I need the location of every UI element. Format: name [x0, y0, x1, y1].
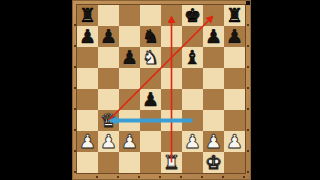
square-c5[interactable]: [119, 68, 140, 89]
square-f8[interactable]: ♚: [182, 5, 203, 26]
square-f5[interactable]: [182, 68, 203, 89]
square-g4[interactable]: [203, 89, 224, 110]
square-g5[interactable]: [203, 68, 224, 89]
square-b8[interactable]: [98, 5, 119, 26]
square-h3[interactable]: [224, 110, 245, 131]
square-c3[interactable]: [119, 110, 140, 131]
frame-rank-ticks-right: [247, 5, 249, 173]
black-pawn-b7[interactable]: ♟: [98, 26, 119, 47]
square-e5[interactable]: [161, 68, 182, 89]
square-f4[interactable]: [182, 89, 203, 110]
black-pawn-d4[interactable]: ♟: [140, 89, 161, 110]
square-d7[interactable]: ♞: [140, 26, 161, 47]
square-e1[interactable]: ♜: [161, 152, 182, 173]
square-g6[interactable]: [203, 47, 224, 68]
black-king-f8[interactable]: ♚: [182, 5, 203, 26]
black-rook-a8[interactable]: ♜: [77, 5, 98, 26]
frame-rank-ticks-left: [74, 5, 76, 173]
square-c4[interactable]: [119, 89, 140, 110]
square-a5[interactable]: [77, 68, 98, 89]
square-b7[interactable]: ♟: [98, 26, 119, 47]
square-f1[interactable]: [182, 152, 203, 173]
chess-board-frame: ♜♚♜♟♟♞♟♟♟♞♝♟♛♟♟♟♟♟♟♜♚: [72, 0, 251, 180]
square-h2[interactable]: ♟: [224, 131, 245, 152]
square-h1[interactable]: [224, 152, 245, 173]
square-e7[interactable]: [161, 26, 182, 47]
white-pawn-h2[interactable]: ♟: [224, 131, 245, 152]
square-c8[interactable]: [119, 5, 140, 26]
white-pawn-b2[interactable]: ♟: [98, 131, 119, 152]
square-f7[interactable]: [182, 26, 203, 47]
square-d2[interactable]: [140, 131, 161, 152]
white-pawn-a2[interactable]: ♟: [77, 131, 98, 152]
square-f2[interactable]: ♟: [182, 131, 203, 152]
square-e8[interactable]: [161, 5, 182, 26]
square-a8[interactable]: ♜: [77, 5, 98, 26]
square-g7[interactable]: ♟: [203, 26, 224, 47]
square-a6[interactable]: [77, 47, 98, 68]
square-c7[interactable]: [119, 26, 140, 47]
square-c6[interactable]: ♟: [119, 47, 140, 68]
white-knight-d6[interactable]: ♞: [140, 47, 161, 68]
black-pawn-a7[interactable]: ♟: [77, 26, 98, 47]
frame-file-ticks-bottom: [77, 176, 245, 178]
black-pawn-g7[interactable]: ♟: [203, 26, 224, 47]
black-bishop-f6[interactable]: ♝: [182, 47, 203, 68]
square-h4[interactable]: [224, 89, 245, 110]
white-rook-e1[interactable]: ♜: [161, 152, 182, 173]
square-h8[interactable]: ♜: [224, 5, 245, 26]
black-pawn-h7[interactable]: ♟: [224, 26, 245, 47]
square-d1[interactable]: [140, 152, 161, 173]
white-king-g1[interactable]: ♚: [203, 152, 224, 173]
square-a3[interactable]: [77, 110, 98, 131]
square-e6[interactable]: [161, 47, 182, 68]
black-rook-h8[interactable]: ♜: [224, 5, 245, 26]
square-e4[interactable]: [161, 89, 182, 110]
square-d5[interactable]: [140, 68, 161, 89]
square-b5[interactable]: [98, 68, 119, 89]
square-b6[interactable]: [98, 47, 119, 68]
square-b3[interactable]: ♛: [98, 110, 119, 131]
square-a2[interactable]: ♟: [77, 131, 98, 152]
square-g8[interactable]: [203, 5, 224, 26]
square-d6[interactable]: ♞: [140, 47, 161, 68]
square-g2[interactable]: ♟: [203, 131, 224, 152]
white-pawn-f2[interactable]: ♟: [182, 131, 203, 152]
frame-corner-dot: [246, 1, 250, 5]
square-h5[interactable]: [224, 68, 245, 89]
square-f3[interactable]: [182, 110, 203, 131]
black-pawn-c6[interactable]: ♟: [119, 47, 140, 68]
square-a7[interactable]: ♟: [77, 26, 98, 47]
white-pawn-g2[interactable]: ♟: [203, 131, 224, 152]
square-h6[interactable]: [224, 47, 245, 68]
square-a4[interactable]: [77, 89, 98, 110]
black-knight-d7[interactable]: ♞: [140, 26, 161, 47]
square-a1[interactable]: [77, 152, 98, 173]
chess-board[interactable]: ♜♚♜♟♟♞♟♟♟♞♝♟♛♟♟♟♟♟♟♜♚: [77, 5, 245, 173]
square-g1[interactable]: ♚: [203, 152, 224, 173]
square-c1[interactable]: [119, 152, 140, 173]
square-h7[interactable]: ♟: [224, 26, 245, 47]
square-b1[interactable]: [98, 152, 119, 173]
square-b2[interactable]: ♟: [98, 131, 119, 152]
square-g3[interactable]: [203, 110, 224, 131]
square-d3[interactable]: [140, 110, 161, 131]
white-queen-b3[interactable]: ♛: [98, 110, 119, 131]
square-d4[interactable]: ♟: [140, 89, 161, 110]
square-e3[interactable]: [161, 110, 182, 131]
square-c2[interactable]: ♟: [119, 131, 140, 152]
square-f6[interactable]: ♝: [182, 47, 203, 68]
white-pawn-c2[interactable]: ♟: [119, 131, 140, 152]
screenshot-stage: ♜♚♜♟♟♞♟♟♟♞♝♟♛♟♟♟♟♟♟♜♚: [0, 0, 320, 180]
square-d8[interactable]: [140, 5, 161, 26]
square-b4[interactable]: [98, 89, 119, 110]
square-e2[interactable]: [161, 131, 182, 152]
